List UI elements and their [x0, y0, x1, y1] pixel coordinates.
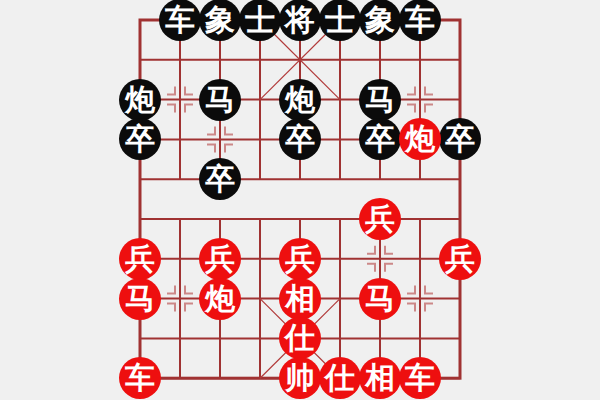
piece-red-horse[interactable]: 马 — [359, 278, 401, 320]
piece-red-soldier[interactable]: 兵 — [439, 238, 481, 280]
piece-red-horse[interactable]: 马 — [119, 278, 161, 320]
piece-red-soldier[interactable]: 兵 — [199, 238, 241, 280]
piece-black-cannon[interactable]: 炮 — [279, 79, 321, 121]
piece-black-advisor[interactable]: 士 — [239, 0, 281, 41]
piece-red-soldier[interactable]: 兵 — [119, 238, 161, 280]
piece-black-cannon[interactable]: 炮 — [119, 79, 161, 121]
piece-black-horse[interactable]: 马 — [359, 79, 401, 121]
piece-red-soldier[interactable]: 兵 — [279, 238, 321, 280]
piece-red-chariot[interactable]: 车 — [119, 357, 161, 399]
piece-black-soldier[interactable]: 卒 — [439, 118, 481, 160]
piece-black-chariot[interactable]: 车 — [399, 0, 441, 41]
piece-black-soldier[interactable]: 卒 — [199, 158, 241, 200]
piece-black-horse[interactable]: 马 — [199, 79, 241, 121]
piece-red-chariot[interactable]: 车 — [399, 357, 441, 399]
piece-red-cannon[interactable]: 炮 — [399, 118, 441, 160]
piece-red-elephant[interactable]: 相 — [279, 278, 321, 320]
piece-red-advisor[interactable]: 仕 — [279, 317, 321, 359]
piece-black-soldier[interactable]: 卒 — [359, 118, 401, 160]
piece-black-advisor[interactable]: 士 — [319, 0, 361, 41]
piece-red-elephant[interactable]: 相 — [359, 357, 401, 399]
piece-black-elephant[interactable]: 象 — [199, 0, 241, 41]
xiangqi-board[interactable]: 车象士将士象车炮马炮马卒卒卒卒卒炮兵兵兵兵兵马炮相马仕车帅仕相车 — [0, 0, 600, 400]
piece-red-general[interactable]: 帅 — [279, 357, 321, 399]
piece-black-soldier[interactable]: 卒 — [279, 118, 321, 160]
piece-red-soldier[interactable]: 兵 — [359, 198, 401, 240]
board-pieces-layer: 车象士将士象车炮马炮马卒卒卒卒卒炮兵兵兵兵兵马炮相马仕车帅仕相车 — [0, 0, 600, 400]
piece-red-cannon[interactable]: 炮 — [199, 278, 241, 320]
piece-red-advisor[interactable]: 仕 — [319, 357, 361, 399]
piece-black-chariot[interactable]: 车 — [159, 0, 201, 41]
piece-black-elephant[interactable]: 象 — [359, 0, 401, 41]
piece-black-general[interactable]: 将 — [279, 0, 321, 41]
piece-black-soldier[interactable]: 卒 — [119, 118, 161, 160]
